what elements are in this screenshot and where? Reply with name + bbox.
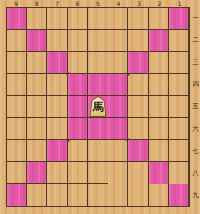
square-6g[interactable] <box>68 140 88 162</box>
square-6b[interactable] <box>68 30 88 52</box>
square-6h[interactable] <box>68 162 88 184</box>
square-8h[interactable] <box>27 162 47 184</box>
shogi-board[interactable]: 馬 <box>6 7 190 207</box>
square-7d[interactable] <box>47 74 67 96</box>
square-9c[interactable] <box>7 52 27 74</box>
rank-label-4: 四 <box>191 74 200 96</box>
file-label-9: 9 <box>6 0 26 7</box>
file-label-4: 4 <box>108 0 128 7</box>
shogi-diagram: 987654321 一二三四五六七八九 馬 <box>0 0 200 214</box>
square-5h[interactable] <box>88 162 108 184</box>
square-5d[interactable] <box>88 74 108 96</box>
square-7f[interactable] <box>47 118 67 140</box>
square-1g[interactable] <box>169 140 189 162</box>
square-6d[interactable] <box>68 74 88 96</box>
square-6e[interactable] <box>68 96 88 118</box>
piece-glyph-promoted-bishop: 馬 <box>92 102 103 113</box>
square-1b[interactable] <box>169 30 189 52</box>
square-1e[interactable] <box>169 96 189 118</box>
rank-label-6: 六 <box>191 118 200 140</box>
rank-label-2: 二 <box>191 29 200 51</box>
square-9e[interactable] <box>7 96 27 118</box>
square-2d[interactable] <box>149 74 169 96</box>
rank-label-5: 五 <box>191 96 200 118</box>
square-1d[interactable] <box>169 74 189 96</box>
file-label-7: 7 <box>47 0 67 7</box>
square-9i[interactable] <box>7 184 27 206</box>
square-1a[interactable] <box>169 8 189 30</box>
square-9b[interactable] <box>7 30 27 52</box>
square-3f[interactable] <box>128 118 148 140</box>
square-6a[interactable] <box>68 8 88 30</box>
square-2a[interactable] <box>149 8 169 30</box>
square-5a[interactable] <box>88 8 108 30</box>
square-3e[interactable] <box>128 96 148 118</box>
piece-face: 馬 <box>90 97 105 116</box>
square-2e[interactable] <box>149 96 169 118</box>
square-1c[interactable] <box>169 52 189 74</box>
square-4b[interactable] <box>108 30 128 52</box>
file-labels: 987654321 <box>6 0 190 7</box>
square-7a[interactable] <box>47 8 67 30</box>
square-8c[interactable] <box>27 52 47 74</box>
rank-label-3: 三 <box>191 51 200 73</box>
rank-labels: 一二三四五六七八九 <box>191 7 200 207</box>
square-8e[interactable] <box>27 96 47 118</box>
square-7h[interactable] <box>47 162 67 184</box>
file-label-8: 8 <box>26 0 46 7</box>
square-3c[interactable] <box>128 52 148 74</box>
square-8d[interactable] <box>27 74 47 96</box>
square-5c[interactable] <box>88 52 108 74</box>
square-4g[interactable] <box>108 140 128 162</box>
rank-label-9: 九 <box>191 185 200 207</box>
square-4f[interactable] <box>108 118 128 140</box>
square-7b[interactable] <box>47 30 67 52</box>
square-1f[interactable] <box>169 118 189 140</box>
square-6f[interactable] <box>68 118 88 140</box>
square-2h[interactable] <box>149 162 169 184</box>
square-2c[interactable] <box>149 52 169 74</box>
rank-label-8: 八 <box>191 163 200 185</box>
square-9g[interactable] <box>7 140 27 162</box>
square-8b[interactable] <box>27 30 47 52</box>
square-5b[interactable] <box>88 30 108 52</box>
square-3d[interactable] <box>128 74 148 96</box>
square-7i[interactable] <box>47 184 67 206</box>
square-8i[interactable] <box>27 184 47 206</box>
square-5g[interactable] <box>88 140 108 162</box>
rank-label-7: 七 <box>191 140 200 162</box>
square-9a[interactable] <box>7 8 27 30</box>
square-6i[interactable] <box>68 184 88 206</box>
square-5f[interactable] <box>88 118 108 140</box>
file-label-6: 6 <box>67 0 87 7</box>
square-4d[interactable] <box>108 74 128 96</box>
square-3b[interactable] <box>128 30 148 52</box>
square-7e[interactable] <box>47 96 67 118</box>
square-5e[interactable]: 馬 <box>88 96 108 118</box>
square-5i[interactable] <box>88 184 108 206</box>
rank-label-1: 一 <box>191 7 200 29</box>
square-3h[interactable] <box>128 162 148 184</box>
square-8a[interactable] <box>27 8 47 30</box>
file-label-1: 1 <box>170 0 190 7</box>
piece-promoted-bishop[interactable]: 馬 <box>89 96 106 117</box>
square-4c[interactable] <box>108 52 128 74</box>
square-7c[interactable] <box>47 52 67 74</box>
square-9h[interactable] <box>7 162 27 184</box>
square-2b[interactable] <box>149 30 169 52</box>
square-9d[interactable] <box>7 74 27 96</box>
square-8f[interactable] <box>27 118 47 140</box>
square-9f[interactable] <box>7 118 27 140</box>
square-3a[interactable] <box>128 8 148 30</box>
square-1h[interactable] <box>169 162 189 184</box>
square-2f[interactable] <box>149 118 169 140</box>
square-8g[interactable] <box>27 140 47 162</box>
file-label-5: 5 <box>88 0 108 7</box>
square-2i[interactable] <box>149 184 169 206</box>
square-4a[interactable] <box>108 8 128 30</box>
square-6c[interactable] <box>68 52 88 74</box>
file-label-2: 2 <box>149 0 169 7</box>
square-7g[interactable] <box>47 140 67 162</box>
file-label-3: 3 <box>129 0 149 7</box>
square-3i[interactable] <box>128 184 148 206</box>
square-4i[interactable] <box>108 184 128 206</box>
square-4e[interactable] <box>108 96 128 118</box>
square-1i[interactable] <box>169 184 189 206</box>
square-4h[interactable] <box>108 162 128 184</box>
square-3g[interactable] <box>128 140 148 162</box>
square-2g[interactable] <box>149 140 169 162</box>
